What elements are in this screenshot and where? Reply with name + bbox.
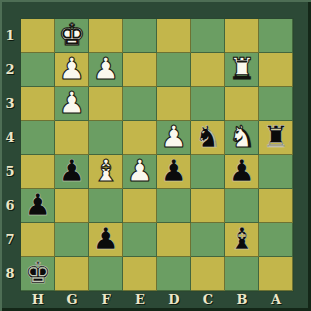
rank-labels: 12345678: [0, 19, 20, 291]
square-h4[interactable]: [21, 121, 55, 155]
square-d4[interactable]: ♟: [157, 121, 191, 155]
square-c1[interactable]: [191, 19, 225, 53]
piece-black-pawn[interactable]: ♟: [229, 156, 256, 186]
file-label: H: [21, 292, 55, 308]
square-g6[interactable]: [55, 189, 89, 223]
square-c5[interactable]: [191, 155, 225, 189]
square-h6[interactable]: ♟: [21, 189, 55, 223]
square-f8[interactable]: [89, 257, 123, 291]
square-f7[interactable]: ♟: [89, 223, 123, 257]
square-b4[interactable]: ♞: [225, 121, 259, 155]
piece-black-pawn[interactable]: ♟: [93, 224, 120, 254]
piece-black-rook[interactable]: ♜: [263, 122, 290, 152]
square-a5[interactable]: [259, 155, 293, 189]
rank-label: 5: [0, 155, 20, 189]
chess-board: ♚♟♟♜♟♟♞♞♜♟♝♟♟♟♟♟♝♚: [20, 18, 294, 292]
file-label: E: [123, 292, 157, 308]
square-d5[interactable]: ♟: [157, 155, 191, 189]
square-c3[interactable]: [191, 87, 225, 121]
square-d6[interactable]: [157, 189, 191, 223]
square-h3[interactable]: [21, 87, 55, 121]
file-label: G: [55, 292, 89, 308]
square-b8[interactable]: [225, 257, 259, 291]
piece-white-pawn[interactable]: ♟: [127, 156, 154, 186]
piece-white-pawn[interactable]: ♟: [59, 88, 86, 118]
rank-label: 4: [0, 121, 20, 155]
square-a7[interactable]: [259, 223, 293, 257]
square-a8[interactable]: [259, 257, 293, 291]
square-e1[interactable]: [123, 19, 157, 53]
square-d7[interactable]: [157, 223, 191, 257]
square-h8[interactable]: ♚: [21, 257, 55, 291]
square-d3[interactable]: [157, 87, 191, 121]
rank-label: 7: [0, 223, 20, 257]
piece-black-knight[interactable]: ♞: [195, 122, 222, 152]
square-a2[interactable]: [259, 53, 293, 87]
square-b2[interactable]: ♜: [225, 53, 259, 87]
square-c6[interactable]: [191, 189, 225, 223]
square-e5[interactable]: ♟: [123, 155, 157, 189]
piece-white-king[interactable]: ♚: [59, 20, 86, 50]
square-f3[interactable]: [89, 87, 123, 121]
square-a1[interactable]: [259, 19, 293, 53]
file-label: B: [225, 292, 259, 308]
square-e8[interactable]: [123, 257, 157, 291]
square-f4[interactable]: [89, 121, 123, 155]
square-b1[interactable]: [225, 19, 259, 53]
piece-black-pawn[interactable]: ♟: [59, 156, 86, 186]
square-g3[interactable]: ♟: [55, 87, 89, 121]
square-b6[interactable]: [225, 189, 259, 223]
piece-white-pawn[interactable]: ♟: [161, 122, 188, 152]
piece-white-pawn[interactable]: ♟: [93, 54, 120, 84]
square-g7[interactable]: [55, 223, 89, 257]
square-d8[interactable]: [157, 257, 191, 291]
square-e3[interactable]: [123, 87, 157, 121]
square-g8[interactable]: [55, 257, 89, 291]
square-e2[interactable]: [123, 53, 157, 87]
square-b5[interactable]: ♟: [225, 155, 259, 189]
square-d2[interactable]: [157, 53, 191, 87]
piece-white-knight[interactable]: ♞: [229, 122, 256, 152]
square-b3[interactable]: [225, 87, 259, 121]
square-e6[interactable]: [123, 189, 157, 223]
square-c4[interactable]: ♞: [191, 121, 225, 155]
file-labels: HGFEDCBA: [21, 292, 293, 308]
rank-label: 2: [0, 53, 20, 87]
square-g1[interactable]: ♚: [55, 19, 89, 53]
file-label: D: [157, 292, 191, 308]
file-label: A: [259, 292, 293, 308]
piece-white-rook[interactable]: ♜: [229, 54, 256, 84]
square-f1[interactable]: [89, 19, 123, 53]
piece-white-pawn[interactable]: ♟: [59, 54, 86, 84]
piece-white-bishop[interactable]: ♝: [93, 156, 120, 186]
rank-label: 1: [0, 19, 20, 53]
piece-black-pawn[interactable]: ♟: [25, 190, 52, 220]
square-c7[interactable]: [191, 223, 225, 257]
square-a6[interactable]: [259, 189, 293, 223]
piece-black-bishop[interactable]: ♝: [229, 224, 256, 254]
rank-label: 6: [0, 189, 20, 223]
square-e7[interactable]: [123, 223, 157, 257]
square-a4[interactable]: ♜: [259, 121, 293, 155]
square-g2[interactable]: ♟: [55, 53, 89, 87]
square-f6[interactable]: [89, 189, 123, 223]
piece-black-pawn[interactable]: ♟: [161, 156, 188, 186]
square-b7[interactable]: ♝: [225, 223, 259, 257]
square-e4[interactable]: [123, 121, 157, 155]
rank-label: 3: [0, 87, 20, 121]
square-c8[interactable]: [191, 257, 225, 291]
rank-label: 8: [0, 257, 20, 291]
square-h7[interactable]: [21, 223, 55, 257]
square-g4[interactable]: [55, 121, 89, 155]
piece-black-king[interactable]: ♚: [25, 258, 52, 288]
square-h2[interactable]: [21, 53, 55, 87]
square-h5[interactable]: [21, 155, 55, 189]
file-label: F: [89, 292, 123, 308]
file-label: C: [191, 292, 225, 308]
square-h1[interactable]: [21, 19, 55, 53]
board-frame: 12345678 HGFEDCBA ♚♟♟♜♟♟♞♞♜♟♝♟♟♟♟♟♝♚: [0, 0, 311, 311]
square-g5[interactable]: ♟: [55, 155, 89, 189]
square-c2[interactable]: [191, 53, 225, 87]
square-f2[interactable]: ♟: [89, 53, 123, 87]
square-a3[interactable]: [259, 87, 293, 121]
square-f5[interactable]: ♝: [89, 155, 123, 189]
square-d1[interactable]: [157, 19, 191, 53]
